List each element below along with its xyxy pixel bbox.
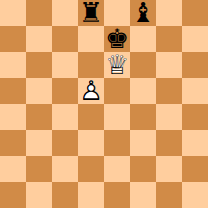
square-g1[interactable] — [156, 182, 182, 208]
square-b8[interactable] — [26, 0, 52, 26]
square-a3[interactable] — [0, 130, 26, 156]
square-d3[interactable] — [78, 130, 104, 156]
square-a5[interactable] — [0, 78, 26, 104]
square-f4[interactable] — [130, 104, 156, 130]
white-queen[interactable]: ♛♕ — [104, 52, 130, 78]
square-g4[interactable] — [156, 104, 182, 130]
black-rook-glyph: ♜ — [78, 0, 104, 26]
square-g6[interactable] — [156, 52, 182, 78]
square-f7[interactable] — [130, 26, 156, 52]
square-h7[interactable] — [182, 26, 208, 52]
square-a2[interactable] — [0, 156, 26, 182]
square-g8[interactable] — [156, 0, 182, 26]
square-e5[interactable] — [104, 78, 130, 104]
square-c6[interactable] — [52, 52, 78, 78]
square-a7[interactable] — [0, 26, 26, 52]
square-c4[interactable] — [52, 104, 78, 130]
square-e2[interactable] — [104, 156, 130, 182]
square-d7[interactable] — [78, 26, 104, 52]
square-f8[interactable]: ♝ — [130, 0, 156, 26]
square-b6[interactable] — [26, 52, 52, 78]
square-d1[interactable] — [78, 182, 104, 208]
square-h1[interactable] — [182, 182, 208, 208]
square-h3[interactable] — [182, 130, 208, 156]
square-c8[interactable] — [52, 0, 78, 26]
square-e1[interactable] — [104, 182, 130, 208]
square-b7[interactable] — [26, 26, 52, 52]
square-g5[interactable] — [156, 78, 182, 104]
white-queen-outline-glyph: ♕ — [104, 52, 130, 78]
square-f3[interactable] — [130, 130, 156, 156]
square-d2[interactable] — [78, 156, 104, 182]
square-h8[interactable] — [182, 0, 208, 26]
square-h6[interactable] — [182, 52, 208, 78]
square-a6[interactable] — [0, 52, 26, 78]
square-h2[interactable] — [182, 156, 208, 182]
black-rook[interactable]: ♜ — [78, 0, 104, 26]
square-g2[interactable] — [156, 156, 182, 182]
black-bishop-glyph: ♝ — [130, 0, 156, 26]
square-f2[interactable] — [130, 156, 156, 182]
square-c2[interactable] — [52, 156, 78, 182]
square-e6[interactable]: ♛♕ — [104, 52, 130, 78]
square-h4[interactable] — [182, 104, 208, 130]
square-f6[interactable] — [130, 52, 156, 78]
square-e3[interactable] — [104, 130, 130, 156]
square-a1[interactable] — [0, 182, 26, 208]
square-h5[interactable] — [182, 78, 208, 104]
white-pawn-outline-glyph: ♙ — [78, 78, 104, 104]
square-f5[interactable] — [130, 78, 156, 104]
square-g3[interactable] — [156, 130, 182, 156]
square-a8[interactable] — [0, 0, 26, 26]
square-g7[interactable] — [156, 26, 182, 52]
chess-board: ♜♝♚♛♕♟♙ — [0, 0, 208, 208]
square-b2[interactable] — [26, 156, 52, 182]
square-d4[interactable] — [78, 104, 104, 130]
white-pawn[interactable]: ♟♙ — [78, 78, 104, 104]
square-d8[interactable]: ♜ — [78, 0, 104, 26]
square-c7[interactable] — [52, 26, 78, 52]
square-b1[interactable] — [26, 182, 52, 208]
square-a4[interactable] — [0, 104, 26, 130]
square-d5[interactable]: ♟♙ — [78, 78, 104, 104]
square-b5[interactable] — [26, 78, 52, 104]
square-f1[interactable] — [130, 182, 156, 208]
square-c5[interactable] — [52, 78, 78, 104]
black-bishop[interactable]: ♝ — [130, 0, 156, 26]
square-c1[interactable] — [52, 182, 78, 208]
square-b4[interactable] — [26, 104, 52, 130]
square-b3[interactable] — [26, 130, 52, 156]
square-c3[interactable] — [52, 130, 78, 156]
square-e4[interactable] — [104, 104, 130, 130]
